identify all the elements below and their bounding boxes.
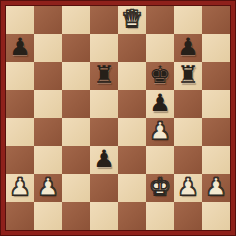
square-a2[interactable]: ♟ [6, 174, 34, 202]
piece-black-pawn[interactable]: ♟ [9, 35, 31, 59]
square-f2[interactable]: ♚ [146, 174, 174, 202]
square-d5[interactable] [90, 90, 118, 118]
square-g4[interactable] [174, 118, 202, 146]
square-c2[interactable] [62, 174, 90, 202]
square-h3[interactable] [202, 146, 230, 174]
piece-black-rook[interactable]: ♜ [177, 63, 199, 87]
square-b1[interactable] [34, 202, 62, 230]
piece-black-pawn[interactable]: ♟ [93, 147, 115, 171]
square-c5[interactable] [62, 90, 90, 118]
board-frame: ♛♟♟♜♚♜♟♟♟♟♟♚♟♟ [0, 0, 236, 236]
square-g6[interactable]: ♜ [174, 62, 202, 90]
square-e5[interactable] [118, 90, 146, 118]
square-a4[interactable] [6, 118, 34, 146]
square-e1[interactable] [118, 202, 146, 230]
square-d7[interactable] [90, 34, 118, 62]
piece-white-king[interactable]: ♚ [149, 175, 171, 199]
square-e2[interactable] [118, 174, 146, 202]
square-d1[interactable] [90, 202, 118, 230]
square-f1[interactable] [146, 202, 174, 230]
piece-black-pawn[interactable]: ♟ [149, 91, 171, 115]
square-a1[interactable] [6, 202, 34, 230]
square-e6[interactable] [118, 62, 146, 90]
square-h1[interactable] [202, 202, 230, 230]
square-f3[interactable] [146, 146, 174, 174]
piece-white-queen[interactable]: ♛ [121, 7, 143, 31]
square-h2[interactable]: ♟ [202, 174, 230, 202]
square-b3[interactable] [34, 146, 62, 174]
square-c6[interactable] [62, 62, 90, 90]
square-f7[interactable] [146, 34, 174, 62]
square-b4[interactable] [34, 118, 62, 146]
piece-white-pawn[interactable]: ♟ [9, 175, 31, 199]
square-d2[interactable] [90, 174, 118, 202]
square-g5[interactable] [174, 90, 202, 118]
square-d4[interactable] [90, 118, 118, 146]
square-g1[interactable] [174, 202, 202, 230]
square-g7[interactable]: ♟ [174, 34, 202, 62]
square-b7[interactable] [34, 34, 62, 62]
piece-white-pawn[interactable]: ♟ [205, 175, 227, 199]
square-a5[interactable] [6, 90, 34, 118]
square-c1[interactable] [62, 202, 90, 230]
square-b5[interactable] [34, 90, 62, 118]
piece-black-king[interactable]: ♚ [149, 63, 171, 87]
piece-white-pawn[interactable]: ♟ [149, 119, 171, 143]
square-f6[interactable]: ♚ [146, 62, 174, 90]
piece-white-pawn[interactable]: ♟ [177, 175, 199, 199]
square-f4[interactable]: ♟ [146, 118, 174, 146]
square-b8[interactable] [34, 6, 62, 34]
square-e3[interactable] [118, 146, 146, 174]
square-h6[interactable] [202, 62, 230, 90]
square-e7[interactable] [118, 34, 146, 62]
square-h8[interactable] [202, 6, 230, 34]
square-d8[interactable] [90, 6, 118, 34]
square-b2[interactable]: ♟ [34, 174, 62, 202]
square-h4[interactable] [202, 118, 230, 146]
square-e4[interactable] [118, 118, 146, 146]
square-e8[interactable]: ♛ [118, 6, 146, 34]
square-g8[interactable] [174, 6, 202, 34]
square-b6[interactable] [34, 62, 62, 90]
square-g3[interactable] [174, 146, 202, 174]
square-a8[interactable] [6, 6, 34, 34]
square-c3[interactable] [62, 146, 90, 174]
square-h7[interactable] [202, 34, 230, 62]
square-a3[interactable] [6, 146, 34, 174]
piece-black-rook[interactable]: ♜ [93, 63, 115, 87]
square-d3[interactable]: ♟ [90, 146, 118, 174]
square-c4[interactable] [62, 118, 90, 146]
square-c8[interactable] [62, 6, 90, 34]
square-f5[interactable]: ♟ [146, 90, 174, 118]
square-f8[interactable] [146, 6, 174, 34]
piece-white-pawn[interactable]: ♟ [37, 175, 59, 199]
piece-black-pawn[interactable]: ♟ [177, 35, 199, 59]
square-d6[interactable]: ♜ [90, 62, 118, 90]
chess-board: ♛♟♟♜♚♜♟♟♟♟♟♚♟♟ [6, 6, 230, 230]
square-g2[interactable]: ♟ [174, 174, 202, 202]
square-c7[interactable] [62, 34, 90, 62]
square-h5[interactable] [202, 90, 230, 118]
square-a7[interactable]: ♟ [6, 34, 34, 62]
square-a6[interactable] [6, 62, 34, 90]
